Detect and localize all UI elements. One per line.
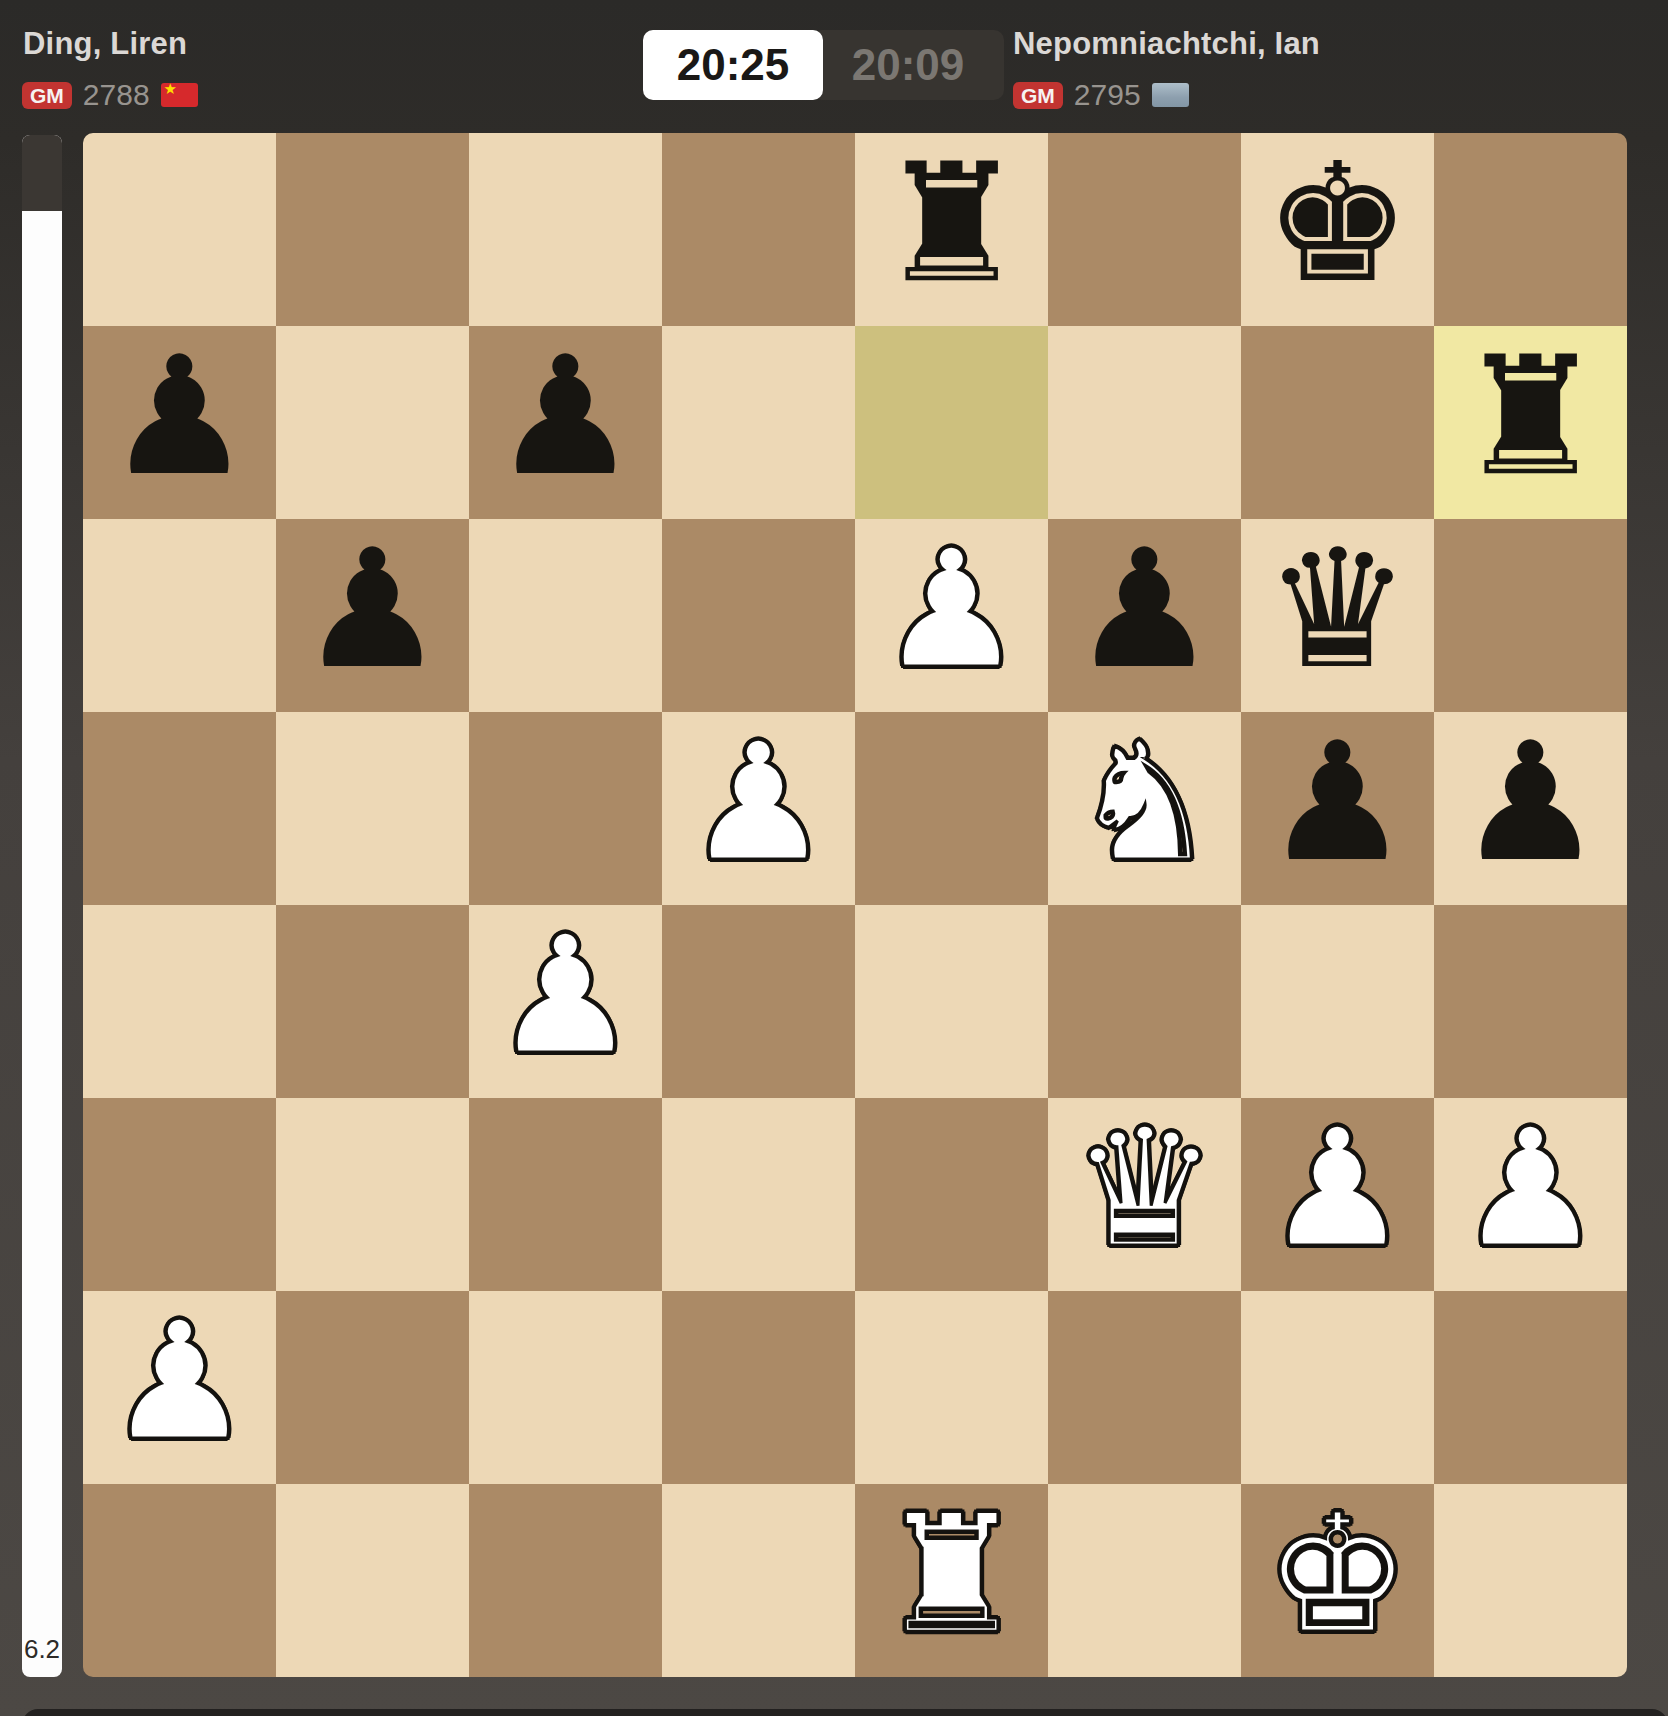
square-d6[interactable] — [662, 519, 855, 712]
square-c2[interactable] — [469, 1291, 662, 1484]
black-player-name: Nepomniachtchi, Ian — [1013, 26, 1320, 62]
black-pawn: ♟ — [299, 528, 446, 692]
white-queen: ♛ — [1071, 1107, 1218, 1271]
square-b8[interactable] — [276, 133, 469, 326]
square-e7[interactable] — [855, 326, 1048, 519]
square-g2[interactable] — [1241, 1291, 1434, 1484]
white-rating: 2788 — [83, 78, 150, 112]
white-pawn: ♟ — [1264, 1107, 1411, 1271]
white-pawn: ♟ — [106, 1300, 253, 1464]
bottom-panel[interactable] — [22, 1709, 1668, 1716]
square-h4[interactable] — [1434, 905, 1627, 1098]
square-h8[interactable] — [1434, 133, 1627, 326]
square-b5[interactable] — [276, 712, 469, 905]
black-pawn: ♟ — [1071, 528, 1218, 692]
square-a7[interactable]: ♟ — [83, 326, 276, 519]
square-g4[interactable] — [1241, 905, 1434, 1098]
square-f8[interactable] — [1048, 133, 1241, 326]
square-a2[interactable]: ♟ — [83, 1291, 276, 1484]
square-d3[interactable] — [662, 1098, 855, 1291]
square-a8[interactable] — [83, 133, 276, 326]
square-e2[interactable] — [855, 1291, 1048, 1484]
square-d4[interactable] — [662, 905, 855, 1098]
white-pawn: ♟ — [1457, 1107, 1604, 1271]
square-f3[interactable]: ♛ — [1048, 1098, 1241, 1291]
black-rook: ♜ — [878, 142, 1025, 306]
square-a4[interactable] — [83, 905, 276, 1098]
square-b4[interactable] — [276, 905, 469, 1098]
white-player-meta: GM 2788 ★ — [22, 80, 198, 110]
square-g7[interactable] — [1241, 326, 1434, 519]
square-h6[interactable] — [1434, 519, 1627, 712]
flag-star-icon: ★ — [164, 83, 177, 96]
square-c1[interactable] — [469, 1484, 662, 1677]
square-h5[interactable]: ♟ — [1434, 712, 1627, 905]
square-g1[interactable]: ♚ — [1241, 1484, 1434, 1677]
square-c5[interactable] — [469, 712, 662, 905]
black-player-meta: GM 2795 — [1013, 80, 1189, 110]
square-a6[interactable] — [83, 519, 276, 712]
square-f1[interactable] — [1048, 1484, 1241, 1677]
square-h1[interactable] — [1434, 1484, 1627, 1677]
square-f4[interactable] — [1048, 905, 1241, 1098]
square-d8[interactable] — [662, 133, 855, 326]
square-c4[interactable]: ♟ — [469, 905, 662, 1098]
eval-value: 6.2 — [22, 1634, 62, 1665]
square-h2[interactable] — [1434, 1291, 1627, 1484]
square-a5[interactable] — [83, 712, 276, 905]
black-clock: 20:09 — [812, 30, 1004, 100]
square-b1[interactable] — [276, 1484, 469, 1677]
square-f7[interactable] — [1048, 326, 1241, 519]
square-b7[interactable] — [276, 326, 469, 519]
square-g5[interactable]: ♟ — [1241, 712, 1434, 905]
square-e6[interactable]: ♟ — [855, 519, 1048, 712]
white-pawn: ♟ — [685, 721, 832, 885]
eval-bar-black-section — [22, 135, 62, 211]
black-pawn: ♟ — [1264, 721, 1411, 885]
eval-bar: 6.2 — [22, 135, 62, 1677]
black-queen: ♛ — [1264, 528, 1411, 692]
square-b2[interactable] — [276, 1291, 469, 1484]
square-f2[interactable] — [1048, 1291, 1241, 1484]
square-f6[interactable]: ♟ — [1048, 519, 1241, 712]
square-a1[interactable] — [83, 1484, 276, 1677]
square-e4[interactable] — [855, 905, 1048, 1098]
square-c3[interactable] — [469, 1098, 662, 1291]
black-pawn: ♟ — [492, 335, 639, 499]
square-h7[interactable]: ♜ — [1434, 326, 1627, 519]
square-e8[interactable]: ♜ — [855, 133, 1048, 326]
square-b6[interactable]: ♟ — [276, 519, 469, 712]
black-gm-badge: GM — [1013, 82, 1063, 109]
white-knight: ♞ — [1071, 721, 1218, 885]
black-pawn: ♟ — [106, 335, 253, 499]
white-rook: ♜ — [878, 1493, 1025, 1657]
chess-board: ♜♚♟♟♜♟♟♟♛♟♞♟♟♟♛♟♟♟♜♚ — [83, 133, 1627, 1677]
china-flag-icon: ★ — [161, 83, 198, 107]
white-clock: 20:25 — [643, 30, 823, 100]
square-d1[interactable] — [662, 1484, 855, 1677]
square-e1[interactable]: ♜ — [855, 1484, 1048, 1677]
square-b3[interactable] — [276, 1098, 469, 1291]
square-a3[interactable] — [83, 1098, 276, 1291]
square-h3[interactable]: ♟ — [1434, 1098, 1627, 1291]
square-c8[interactable] — [469, 133, 662, 326]
square-c7[interactable]: ♟ — [469, 326, 662, 519]
white-player-name: Ding, Liren — [23, 26, 187, 62]
black-king: ♚ — [1264, 142, 1411, 306]
square-g6[interactable]: ♛ — [1241, 519, 1434, 712]
square-f5[interactable]: ♞ — [1048, 712, 1241, 905]
white-pawn: ♟ — [492, 914, 639, 1078]
square-g8[interactable]: ♚ — [1241, 133, 1434, 326]
neutral-flag-icon — [1152, 83, 1189, 107]
square-e3[interactable] — [855, 1098, 1048, 1291]
square-d7[interactable] — [662, 326, 855, 519]
black-rook: ♜ — [1457, 335, 1604, 499]
white-gm-badge: GM — [22, 82, 72, 109]
square-d2[interactable] — [662, 1291, 855, 1484]
black-pawn: ♟ — [1457, 721, 1604, 885]
square-d5[interactable]: ♟ — [662, 712, 855, 905]
white-king: ♚ — [1264, 1493, 1411, 1657]
square-c6[interactable] — [469, 519, 662, 712]
white-pawn: ♟ — [878, 528, 1025, 692]
square-g3[interactable]: ♟ — [1241, 1098, 1434, 1291]
black-rating: 2795 — [1074, 78, 1141, 112]
square-e5[interactable] — [855, 712, 1048, 905]
